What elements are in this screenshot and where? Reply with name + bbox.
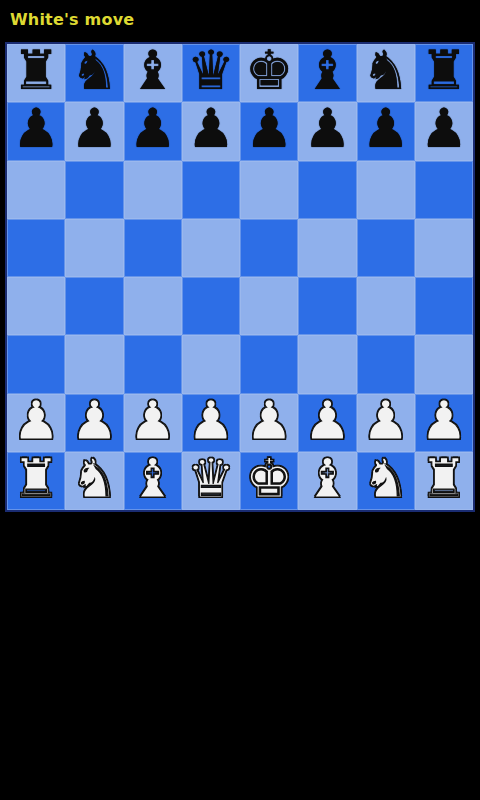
square-g7[interactable]: ♟ (357, 102, 415, 160)
square-b3[interactable] (65, 335, 123, 393)
black-rook: ♜ (420, 44, 468, 98)
white-pawn: ♟ (128, 394, 176, 448)
square-b2[interactable]: ♟ (65, 394, 123, 452)
black-pawn: ♟ (361, 102, 409, 156)
square-a8[interactable]: ♜ (7, 44, 65, 102)
status-bar: White's move (10, 6, 134, 32)
square-d6[interactable] (182, 161, 240, 219)
square-b6[interactable] (65, 161, 123, 219)
white-pawn: ♟ (12, 394, 60, 448)
black-pawn: ♟ (245, 102, 293, 156)
white-knight: ♞ (361, 452, 409, 506)
square-d5[interactable] (182, 219, 240, 277)
square-h7[interactable]: ♟ (415, 102, 473, 160)
square-c5[interactable] (124, 219, 182, 277)
square-h3[interactable] (415, 335, 473, 393)
white-pawn: ♟ (245, 394, 293, 448)
white-pawn: ♟ (187, 394, 235, 448)
square-a5[interactable] (7, 219, 65, 277)
square-a3[interactable] (7, 335, 65, 393)
square-e1[interactable]: ♚ (240, 452, 298, 510)
square-b1[interactable]: ♞ (65, 452, 123, 510)
board-frame: ♜♞♝♛♚♝♞♜♟♟♟♟♟♟♟♟♟♟♟♟♟♟♟♟♜♞♝♛♚♝♞♜ (5, 42, 475, 512)
square-f7[interactable]: ♟ (298, 102, 356, 160)
white-knight: ♞ (70, 452, 118, 506)
square-c7[interactable]: ♟ (124, 102, 182, 160)
square-f2[interactable]: ♟ (298, 394, 356, 452)
white-pawn: ♟ (361, 394, 409, 448)
square-a4[interactable] (7, 277, 65, 335)
square-f4[interactable] (298, 277, 356, 335)
black-queen: ♛ (187, 44, 235, 98)
square-f8[interactable]: ♝ (298, 44, 356, 102)
chess-board: ♜♞♝♛♚♝♞♜♟♟♟♟♟♟♟♟♟♟♟♟♟♟♟♟♜♞♝♛♚♝♞♜ (7, 44, 473, 510)
square-a1[interactable]: ♜ (7, 452, 65, 510)
white-king: ♚ (245, 452, 293, 506)
white-pawn: ♟ (420, 394, 468, 448)
square-d7[interactable]: ♟ (182, 102, 240, 160)
black-pawn: ♟ (128, 102, 176, 156)
square-b7[interactable]: ♟ (65, 102, 123, 160)
square-e5[interactable] (240, 219, 298, 277)
square-g2[interactable]: ♟ (357, 394, 415, 452)
square-c3[interactable] (124, 335, 182, 393)
turn-indicator-text: White's move (10, 10, 134, 29)
white-pawn: ♟ (70, 394, 118, 448)
square-g4[interactable] (357, 277, 415, 335)
black-pawn: ♟ (303, 102, 351, 156)
black-bishop: ♝ (303, 44, 351, 98)
square-g6[interactable] (357, 161, 415, 219)
square-d2[interactable]: ♟ (182, 394, 240, 452)
square-h8[interactable]: ♜ (415, 44, 473, 102)
black-knight: ♞ (70, 44, 118, 98)
white-queen: ♛ (187, 452, 235, 506)
square-b4[interactable] (65, 277, 123, 335)
black-pawn: ♟ (12, 102, 60, 156)
square-e2[interactable]: ♟ (240, 394, 298, 452)
square-c4[interactable] (124, 277, 182, 335)
square-b8[interactable]: ♞ (65, 44, 123, 102)
square-c6[interactable] (124, 161, 182, 219)
black-knight: ♞ (361, 44, 409, 98)
square-b5[interactable] (65, 219, 123, 277)
black-rook: ♜ (12, 44, 60, 98)
white-bishop: ♝ (303, 452, 351, 506)
white-bishop: ♝ (128, 452, 176, 506)
square-d4[interactable] (182, 277, 240, 335)
square-a2[interactable]: ♟ (7, 394, 65, 452)
white-rook: ♜ (12, 452, 60, 506)
square-d8[interactable]: ♛ (182, 44, 240, 102)
square-g3[interactable] (357, 335, 415, 393)
white-pawn: ♟ (303, 394, 351, 448)
square-g1[interactable]: ♞ (357, 452, 415, 510)
black-king: ♚ (245, 44, 293, 98)
square-h4[interactable] (415, 277, 473, 335)
square-g8[interactable]: ♞ (357, 44, 415, 102)
square-f1[interactable]: ♝ (298, 452, 356, 510)
square-d1[interactable]: ♛ (182, 452, 240, 510)
square-c1[interactable]: ♝ (124, 452, 182, 510)
black-pawn: ♟ (420, 102, 468, 156)
square-a6[interactable] (7, 161, 65, 219)
white-rook: ♜ (420, 452, 468, 506)
square-h2[interactable]: ♟ (415, 394, 473, 452)
square-e4[interactable] (240, 277, 298, 335)
black-pawn: ♟ (70, 102, 118, 156)
square-a7[interactable]: ♟ (7, 102, 65, 160)
black-bishop: ♝ (128, 44, 176, 98)
square-c2[interactable]: ♟ (124, 394, 182, 452)
square-g5[interactable] (357, 219, 415, 277)
square-e7[interactable]: ♟ (240, 102, 298, 160)
square-f3[interactable] (298, 335, 356, 393)
square-e6[interactable] (240, 161, 298, 219)
square-f6[interactable] (298, 161, 356, 219)
square-f5[interactable] (298, 219, 356, 277)
square-h1[interactable]: ♜ (415, 452, 473, 510)
square-e3[interactable] (240, 335, 298, 393)
square-c8[interactable]: ♝ (124, 44, 182, 102)
app-screen: White's move ♜♞♝♛♚♝♞♜♟♟♟♟♟♟♟♟♟♟♟♟♟♟♟♟♜♞♝… (0, 0, 480, 800)
square-h6[interactable] (415, 161, 473, 219)
black-pawn: ♟ (187, 102, 235, 156)
square-d3[interactable] (182, 335, 240, 393)
square-h5[interactable] (415, 219, 473, 277)
square-e8[interactable]: ♚ (240, 44, 298, 102)
